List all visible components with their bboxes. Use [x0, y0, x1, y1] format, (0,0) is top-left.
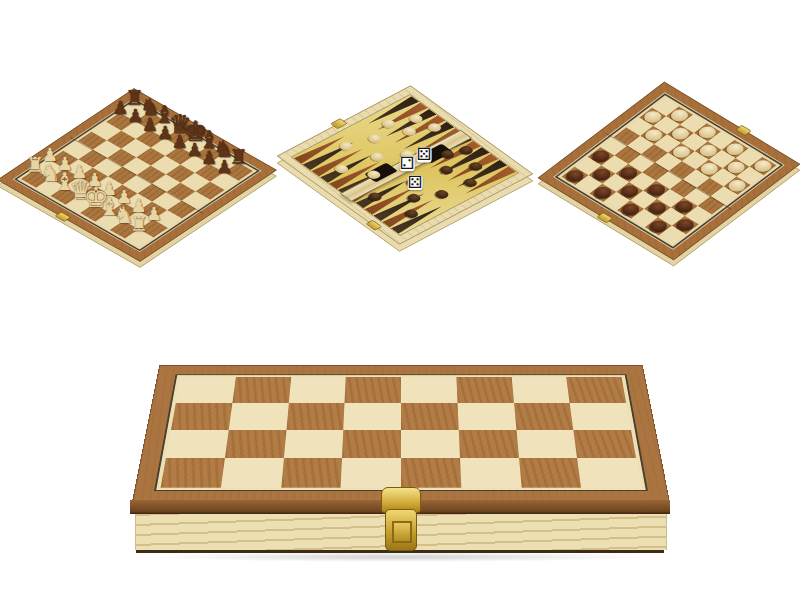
box-board-square	[401, 403, 459, 430]
box-board-square	[401, 458, 461, 487]
light-rook-piece: ♜	[128, 208, 150, 238]
box-board-square	[459, 430, 519, 458]
box-board-square	[225, 430, 286, 458]
box-board-square	[288, 377, 345, 403]
product-photo: ♜♞♝♛♚♝♞♜♟♟♟♟♟♟♟♟♟♟♟♟♟♟♟♟♜♞♝♛♚♝♞♜ ⚄⚁⚄	[0, 0, 800, 600]
light-backgammon-checker	[426, 122, 444, 133]
dark-backgammon-checker	[437, 164, 455, 175]
box-board-square	[166, 430, 229, 458]
backgammon-board: ⚄⚁⚄	[277, 85, 534, 244]
box-board-square	[228, 403, 288, 430]
box-board-square	[401, 377, 457, 403]
box-board-square	[519, 458, 582, 487]
box-board-square	[574, 430, 637, 458]
light-backgammon-checker	[400, 126, 418, 137]
box-board-square	[221, 458, 284, 487]
dark-backgammon-checker	[457, 145, 475, 156]
dark-backgammon-checker	[403, 208, 421, 219]
box-board-square	[342, 430, 401, 458]
dark-backgammon-checker	[467, 161, 485, 172]
box-board-square	[345, 377, 401, 403]
box-board-square	[456, 377, 513, 403]
box-board-square	[577, 458, 641, 487]
gold-hinge-icon	[596, 212, 613, 223]
light-backgammon-checker	[379, 118, 397, 129]
dark-backgammon-checker	[432, 189, 450, 200]
checkers-board	[538, 82, 800, 261]
box-board-square	[343, 403, 401, 430]
box-board-square	[171, 403, 232, 430]
box-board-square	[511, 377, 570, 403]
dark-backgammon-checker	[405, 192, 423, 203]
box-board-square	[457, 403, 516, 430]
chess-board: ♜♞♝♛♚♝♞♜♟♟♟♟♟♟♟♟♟♟♟♟♟♟♟♟♜♞♝♛♚♝♞♜	[0, 88, 277, 262]
die-icon: ⚄	[408, 175, 423, 190]
dark-backgammon-checker	[366, 191, 384, 202]
dark-backgammon-checker	[461, 177, 479, 188]
light-backgammon-checker	[332, 163, 350, 174]
box-board-square	[570, 403, 631, 430]
die-icon: ⚁	[400, 156, 415, 171]
box-board-square	[286, 403, 345, 430]
light-backgammon-checker	[407, 113, 425, 124]
backgammon-field: ⚄⚁⚄	[291, 94, 520, 236]
box-board-square	[161, 458, 225, 487]
box-board-square	[401, 430, 460, 458]
gold-latch-icon	[735, 125, 752, 136]
box-board-square	[516, 430, 577, 458]
box-board-square	[566, 377, 626, 403]
box-board-square	[281, 458, 342, 487]
light-backgammon-checker	[368, 151, 386, 162]
floor-shadow	[150, 552, 650, 562]
lid-board-grid	[161, 377, 642, 487]
box-board-square	[176, 377, 236, 403]
dark-pawn-piece: ♟	[213, 151, 235, 181]
box-board-square	[514, 403, 574, 430]
loose-pieces: ⚄⚁⚄	[292, 95, 518, 235]
die-icon: ⚄	[416, 148, 431, 163]
light-backgammon-checker	[366, 133, 384, 144]
gold-clasp-icon	[381, 487, 419, 551]
box-board-square	[283, 430, 343, 458]
box-board-square	[460, 458, 521, 487]
light-backgammon-checker	[337, 140, 355, 151]
box-lid-chessboard	[132, 365, 670, 502]
box-board-square	[232, 377, 291, 403]
box-board-square	[341, 458, 401, 487]
